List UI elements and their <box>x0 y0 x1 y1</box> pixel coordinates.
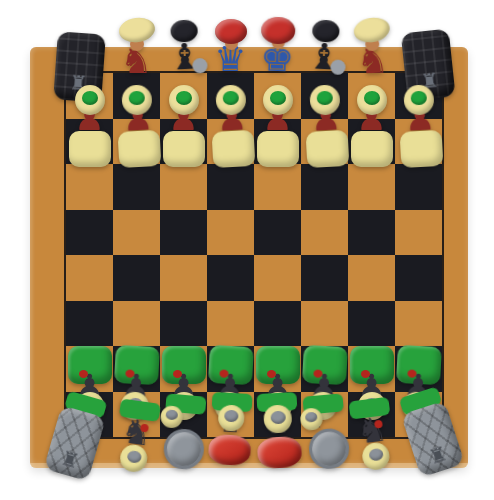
chess-board: ♜♞♝♛♚♝♞♜♟♟♟♟♟♟♟♟♟♟♟♟♟♟♟♟♜♞♝♛♚♝♞♜ <box>30 47 468 468</box>
red-accent <box>79 370 88 378</box>
poncho <box>256 435 302 468</box>
black-pawn-f7[interactable]: ♟ <box>299 83 353 170</box>
red-accent <box>219 369 228 377</box>
hat-top <box>126 449 142 463</box>
hat-top <box>269 410 285 424</box>
hat <box>309 84 341 116</box>
hat <box>403 84 435 116</box>
red-accent <box>407 369 416 377</box>
white-queen-d1[interactable]: ♛ <box>199 391 257 500</box>
red-accent <box>313 369 322 377</box>
hat-top <box>316 90 333 105</box>
hat-top <box>410 90 427 105</box>
red-hat <box>215 19 247 44</box>
hat-top <box>82 91 98 105</box>
red-accent <box>361 370 370 378</box>
hat-top <box>367 447 382 461</box>
drum <box>162 427 205 470</box>
black-pawn-g7[interactable]: ♟ <box>347 85 397 169</box>
white-bishop-c1[interactable]: ♝ <box>148 392 211 500</box>
black-pawn-h7[interactable]: ♟ <box>393 83 447 170</box>
gray-accent <box>330 59 346 75</box>
hat-top <box>270 91 286 105</box>
red-accent <box>374 419 383 428</box>
pieces-layer: ♜♞♝♛♚♝♞♜♟♟♟♟♟♟♟♟♟♟♟♟♟♟♟♟♜♞♝♛♚♝♞♜ <box>30 47 468 468</box>
hat-top <box>165 409 178 420</box>
white-rook-a1[interactable]: ♜ <box>22 389 111 500</box>
red-accent <box>125 369 134 377</box>
hat-top <box>128 90 145 105</box>
white-rook-h1[interactable]: ♜ <box>393 384 487 500</box>
red-accent <box>173 370 182 378</box>
poncho <box>207 433 251 465</box>
hat <box>215 84 247 116</box>
hat <box>217 404 244 431</box>
hat-top <box>222 90 239 105</box>
hat-top <box>304 411 317 422</box>
photo-scene: ♜♞♝♛♚♝♞♜♟♟♟♟♟♟♟♟♟♟♟♟♟♟♟♟♜♞♝♛♚♝♞♜ <box>0 0 494 500</box>
red-accent <box>267 370 276 378</box>
hat-top <box>224 409 239 422</box>
hat-top <box>364 91 380 105</box>
hat <box>263 85 293 115</box>
hat-top <box>176 91 192 105</box>
hat <box>75 85 105 115</box>
hat <box>121 84 153 116</box>
black-pawn-d7[interactable]: ♟ <box>205 83 259 170</box>
hat <box>357 85 387 115</box>
black-pawn-c7[interactable]: ♟ <box>159 85 209 169</box>
hat <box>169 85 199 115</box>
black-pawn-b7[interactable]: ♟ <box>111 83 165 170</box>
black-pawn-e7[interactable]: ♟ <box>253 85 303 169</box>
drum <box>307 427 350 470</box>
black-pawn-a7[interactable]: ♟ <box>65 85 115 169</box>
red-accent <box>139 423 148 432</box>
hat <box>263 404 292 433</box>
